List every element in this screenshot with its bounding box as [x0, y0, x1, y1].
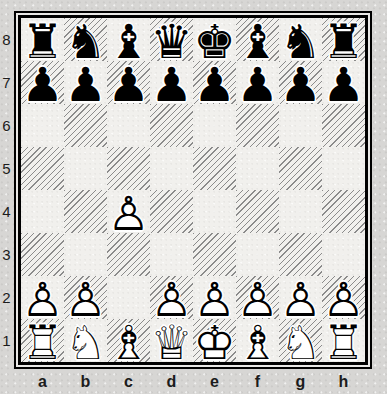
square-h4: [322, 190, 365, 233]
square-c8: ♝: [107, 18, 150, 61]
square-e1: ♚♔: [193, 319, 236, 362]
square-h6: [322, 104, 365, 147]
piece-white-rook: ♜♖: [21, 319, 64, 366]
square-c7: ♟: [107, 61, 150, 104]
piece-white-knight: ♞♘: [64, 319, 107, 366]
piece-black-pawn: ♟: [322, 61, 365, 108]
square-h3: [322, 233, 365, 276]
square-b8: ♞: [64, 18, 107, 61]
piece-white-bishop: ♝♗: [236, 319, 279, 366]
board-frame: ♜♞♝♛♚♝♞♜♟♟♟♟♟♟♟♟♟♙♟♙♟♙♟♙♟♙♟♙♟♙♟♙♜♖♞♘♝♗♛♕…: [14, 11, 372, 369]
square-d8: ♛: [150, 18, 193, 61]
square-c6: [107, 104, 150, 147]
piece-black-pawn: ♟: [21, 61, 64, 108]
square-e7: ♟: [193, 61, 236, 104]
square-d5: [150, 147, 193, 190]
file-label-g: g: [279, 371, 322, 393]
file-label-h: h: [322, 371, 365, 393]
square-d4: [150, 190, 193, 233]
square-b7: ♟: [64, 61, 107, 104]
rank-label-3: 3: [0, 233, 13, 276]
rank-label-6: 6: [0, 104, 13, 147]
square-e4: [193, 190, 236, 233]
square-a7: ♟: [21, 61, 64, 104]
file-label-e: e: [193, 371, 236, 393]
rank-label-8: 8: [0, 18, 13, 61]
square-g4: [279, 190, 322, 233]
square-b3: [64, 233, 107, 276]
square-e6: [193, 104, 236, 147]
piece-black-pawn: ♟: [193, 61, 236, 108]
square-a2: ♟♙: [21, 276, 64, 319]
piece-white-rook: ♜♖: [322, 319, 365, 366]
rank-label-2: 2: [0, 276, 13, 319]
square-a3: [21, 233, 64, 276]
piece-black-pawn: ♟: [150, 61, 193, 108]
piece-white-queen: ♛♕: [150, 319, 193, 366]
square-c3: [107, 233, 150, 276]
piece-black-pawn: ♟: [279, 61, 322, 108]
square-f2: ♟♙: [236, 276, 279, 319]
piece-white-bishop: ♝♗: [107, 319, 150, 366]
square-h1: ♜♖: [322, 319, 365, 362]
file-label-d: d: [150, 371, 193, 393]
piece-white-pawn: ♟♙: [107, 190, 150, 237]
square-c1: ♝♗: [107, 319, 150, 362]
square-d6: [150, 104, 193, 147]
square-c2: [107, 276, 150, 319]
square-f7: ♟: [236, 61, 279, 104]
piece-white-king: ♚♔: [193, 319, 236, 366]
rank-label-1: 1: [0, 319, 13, 362]
file-label-b: b: [64, 371, 107, 393]
square-g8: ♞: [279, 18, 322, 61]
rank-label-7: 7: [0, 61, 13, 104]
square-g6: [279, 104, 322, 147]
file-label-a: a: [21, 371, 64, 393]
piece-black-pawn: ♟: [64, 61, 107, 108]
square-h2: ♟♙: [322, 276, 365, 319]
square-g7: ♟: [279, 61, 322, 104]
square-h7: ♟: [322, 61, 365, 104]
square-e8: ♚: [193, 18, 236, 61]
square-b1: ♞♘: [64, 319, 107, 362]
square-h8: ♜: [322, 18, 365, 61]
rank-label-4: 4: [0, 190, 13, 233]
chess-board: ♜♞♝♛♚♝♞♜♟♟♟♟♟♟♟♟♟♙♟♙♟♙♟♙♟♙♟♙♟♙♟♙♜♖♞♘♝♗♛♕…: [18, 15, 368, 365]
square-e5: [193, 147, 236, 190]
piece-black-pawn: ♟: [107, 61, 150, 108]
rank-label-5: 5: [0, 147, 13, 190]
square-d3: [150, 233, 193, 276]
square-e3: [193, 233, 236, 276]
square-f3: [236, 233, 279, 276]
square-e2: ♟♙: [193, 276, 236, 319]
square-f4: [236, 190, 279, 233]
square-f5: [236, 147, 279, 190]
square-h5: [322, 147, 365, 190]
piece-black-pawn: ♟: [236, 61, 279, 108]
square-a6: [21, 104, 64, 147]
square-a1: ♜♖: [21, 319, 64, 362]
square-b4: [64, 190, 107, 233]
square-d1: ♛♕: [150, 319, 193, 362]
square-d7: ♟: [150, 61, 193, 104]
file-label-c: c: [107, 371, 150, 393]
square-f8: ♝: [236, 18, 279, 61]
square-c5: [107, 147, 150, 190]
file-label-f: f: [236, 371, 279, 393]
square-b6: [64, 104, 107, 147]
square-b5: [64, 147, 107, 190]
square-a5: [21, 147, 64, 190]
square-g3: [279, 233, 322, 276]
square-a4: [21, 190, 64, 233]
square-a8: ♜: [21, 18, 64, 61]
piece-white-knight: ♞♘: [279, 319, 322, 366]
square-c4: ♟♙: [107, 190, 150, 233]
square-g1: ♞♘: [279, 319, 322, 362]
square-f1: ♝♗: [236, 319, 279, 362]
chess-diagram: 8 7 6 5 4 3 2 1 ♜♞♝♛♚♝♞♜♟♟♟♟♟♟♟♟♟♙♟♙♟♙♟♙…: [0, 0, 387, 394]
square-g5: [279, 147, 322, 190]
square-f6: [236, 104, 279, 147]
square-d2: ♟♙: [150, 276, 193, 319]
square-g2: ♟♙: [279, 276, 322, 319]
square-b2: ♟♙: [64, 276, 107, 319]
